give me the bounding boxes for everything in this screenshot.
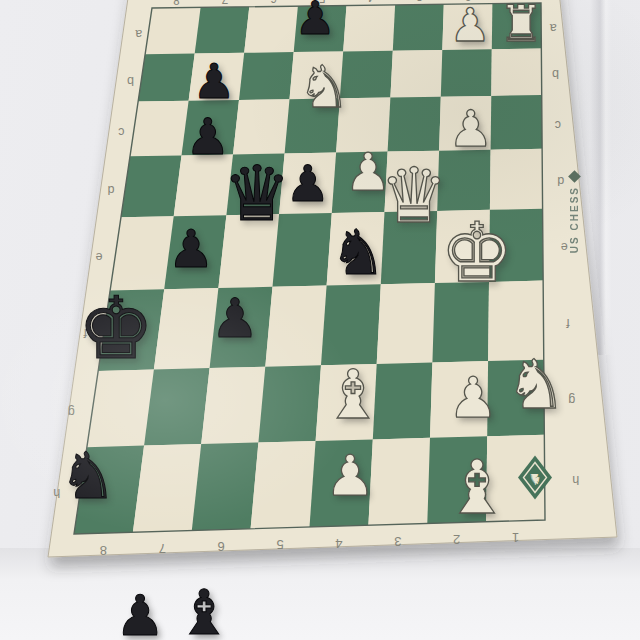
piece-white-knight-b5[interactable]: ♞ xyxy=(298,58,350,116)
piece-black-pawn-captured[interactable]: ♟ xyxy=(115,588,165,640)
piece-white-queen-d3[interactable]: ♛ xyxy=(380,158,448,234)
uschess-border-logo: US CHESS xyxy=(558,172,590,292)
piece-white-pawn-a2[interactable]: ♟ xyxy=(449,2,490,48)
pieces-layer: ♟♜♟♟♞♟♟♟♟♛♛♟♞♚♟♚♞♟♝♟♞♝♝♟ xyxy=(0,0,640,640)
uschess-diamond-icon xyxy=(568,170,581,183)
piece-white-rook-a1[interactable]: ♜ xyxy=(499,0,544,49)
photo-canvas: aabbccddeeffgghh8877665544332211♞ ♟♜♟♟♞♟… xyxy=(0,0,640,640)
piece-black-knight-h8[interactable]: ♞ xyxy=(59,444,116,508)
piece-white-pawn-g2[interactable]: ♟ xyxy=(448,370,498,426)
piece-black-knight-e4[interactable]: ♞ xyxy=(330,222,386,284)
piece-black-bishop-captured[interactable]: ♝ xyxy=(176,582,232,640)
piece-white-bishop-h2[interactable]: ♝ xyxy=(444,450,510,524)
piece-white-king-e2[interactable]: ♚ xyxy=(440,212,514,294)
piece-black-pawn-f6[interactable]: ♟ xyxy=(211,292,259,346)
piece-black-queen-d6[interactable]: ♛ xyxy=(223,156,291,232)
piece-white-pawn-c2[interactable]: ♟ xyxy=(449,104,494,154)
piece-black-pawn-e7[interactable]: ♟ xyxy=(168,223,215,275)
uschess-logo-text: US CHESS xyxy=(569,186,580,253)
piece-black-pawn-a5[interactable]: ♟ xyxy=(294,0,335,41)
piece-white-knight-g1[interactable]: ♞ xyxy=(506,351,567,419)
piece-white-bishop-g4[interactable]: ♝ xyxy=(323,361,384,429)
piece-white-pawn-h4[interactable]: ♟ xyxy=(325,448,375,504)
piece-black-pawn-b7[interactable]: ♟ xyxy=(192,57,235,105)
piece-black-king-f8[interactable]: ♚ xyxy=(77,285,154,371)
piece-black-pawn-d5[interactable]: ♟ xyxy=(286,159,331,209)
